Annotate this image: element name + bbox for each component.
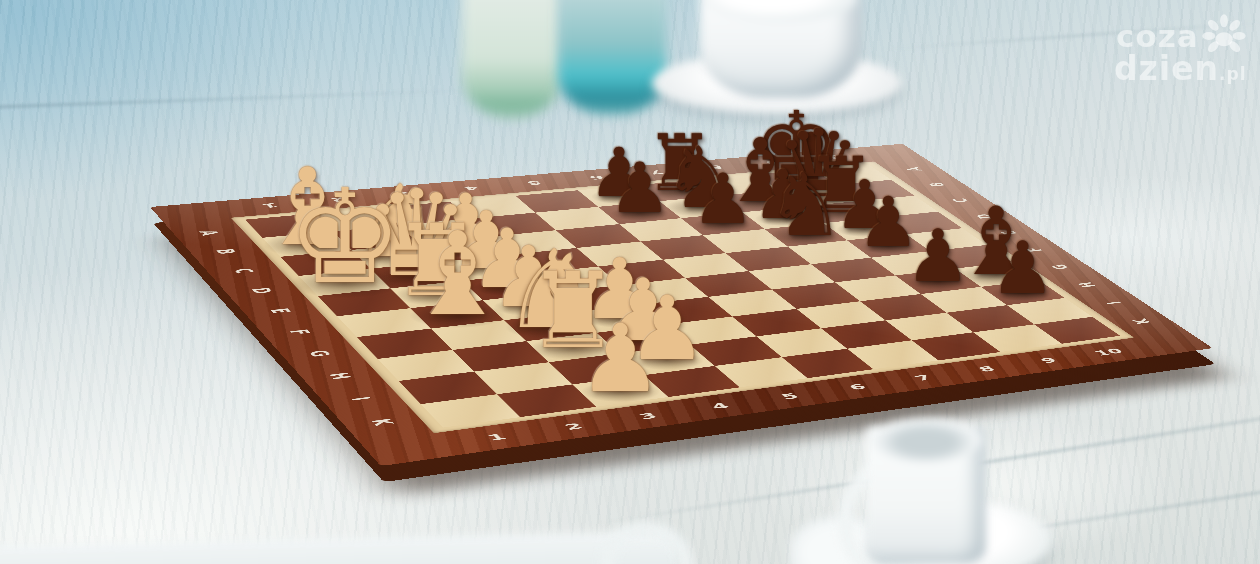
rail-coordinate: I [1102, 300, 1126, 305]
rail-coordinate: 4 [461, 185, 482, 192]
rail-coordinate: C [228, 267, 259, 274]
watermark-cozadzien: coza dzien.pl [1114, 22, 1246, 85]
rail-coordinate: 9 [762, 159, 782, 166]
sun-icon [1198, 10, 1250, 62]
rail-coordinate: H [1073, 281, 1100, 288]
rail-coordinate: D [972, 213, 998, 219]
rail-coordinate: K [365, 418, 399, 428]
rail-coordinate: A [193, 229, 224, 236]
white-mug [866, 426, 986, 564]
rail-coordinate: A [902, 166, 927, 171]
rail-coordinate: 7 [646, 169, 666, 176]
rail-coordinate: I [345, 396, 376, 402]
rail-coordinate: 6 [846, 382, 870, 392]
rail-coordinate: B [924, 182, 949, 187]
cup-rim [702, 0, 858, 22]
rail-coordinate: B [210, 248, 241, 255]
watermark-suffix: .pl [1219, 64, 1246, 84]
rail-coordinate: C [948, 197, 973, 202]
green-glass-bottle [462, 0, 562, 118]
rail-coordinate: 4 [708, 401, 732, 411]
rail-coordinate: 2 [328, 196, 349, 204]
rail-coordinate: 6 [586, 174, 606, 181]
rail-coordinate: E [264, 307, 296, 314]
rail-coordinate: G [302, 349, 335, 358]
rail-coordinate: 8 [705, 164, 725, 171]
rail-coordinate: 1 [259, 202, 280, 210]
rail-coordinate: 7 [911, 373, 935, 383]
rail-coordinate: K [1128, 318, 1155, 325]
teal-glass-bottle [558, 0, 666, 114]
rail-coordinate: F [283, 328, 315, 336]
rail-coordinate: 2 [561, 421, 586, 432]
rail-coordinate: D [245, 287, 277, 295]
rail-coordinate: 5 [524, 179, 544, 186]
rail-coordinate: 10 [812, 154, 843, 161]
rail-coordinate: 10 [1091, 347, 1126, 358]
mug-rim [870, 418, 982, 462]
rail-coordinate: 5 [778, 391, 802, 401]
rail-coordinate: E [997, 230, 1022, 236]
coffee-cup [700, 0, 862, 98]
rail-coordinate: 1 [484, 432, 509, 443]
rail-coordinate: 9 [1037, 356, 1060, 365]
rail-coordinate: 3 [636, 411, 661, 422]
rail-coordinate: G [1047, 264, 1074, 271]
rail-coordinate: 8 [975, 364, 998, 373]
rail-coordinate: F [1022, 247, 1048, 253]
rail-coordinate: 3 [395, 190, 416, 197]
rail-coordinate: H [322, 371, 356, 380]
